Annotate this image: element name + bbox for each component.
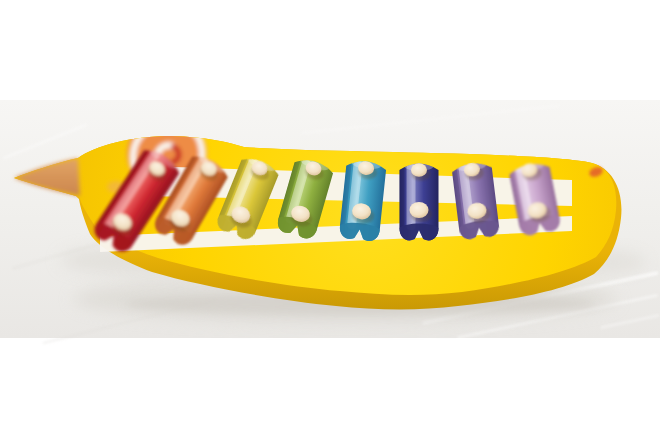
bar-blue bbox=[339, 157, 387, 242]
wooden-peg bbox=[411, 163, 427, 177]
duck-glockenspiel-photo bbox=[0, 0, 660, 440]
photo-stage bbox=[0, 0, 660, 440]
bar-edge-shade bbox=[400, 166, 405, 228]
bar-navy bbox=[400, 161, 439, 240]
wooden-peg bbox=[410, 202, 429, 218]
